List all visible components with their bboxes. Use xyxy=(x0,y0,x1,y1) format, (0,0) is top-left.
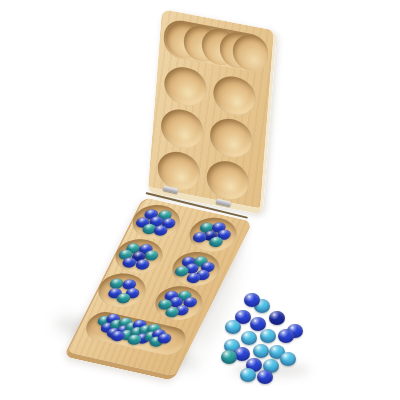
lower-pit-5[interactable] xyxy=(92,269,152,311)
upper-pit-2[interactable] xyxy=(212,72,257,117)
stone-cyan xyxy=(260,329,276,343)
mancala-scene xyxy=(0,0,400,400)
stone-cyan xyxy=(225,320,241,334)
lower-pit-1[interactable] xyxy=(126,201,186,243)
lower-pit-2[interactable] xyxy=(182,213,242,255)
lower-pit-6[interactable] xyxy=(148,282,208,324)
stone-blue xyxy=(244,293,260,307)
board-upper-half xyxy=(148,9,277,215)
upper-pit-6[interactable] xyxy=(205,157,250,202)
upper-pit-3[interactable] xyxy=(159,105,204,150)
stone-navy xyxy=(269,311,285,325)
upper-store xyxy=(162,18,269,75)
stone-cyan xyxy=(241,331,257,345)
stone-blue xyxy=(278,329,294,343)
upper-pit-grid xyxy=(148,9,274,207)
loose-stone-pile xyxy=(222,292,318,392)
stone-cyan xyxy=(240,368,256,382)
upper-pit-1[interactable] xyxy=(163,63,208,108)
stone-blue xyxy=(257,370,273,384)
stone-teal xyxy=(221,350,237,364)
lower-pit-3[interactable] xyxy=(109,235,169,277)
upper-pit-4[interactable] xyxy=(208,115,253,160)
stone-cyan xyxy=(280,352,296,366)
stone-cyan xyxy=(253,344,269,358)
lower-pit-4[interactable] xyxy=(165,248,225,290)
